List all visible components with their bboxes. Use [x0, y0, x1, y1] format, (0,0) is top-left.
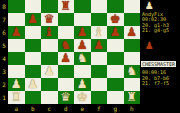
white-pawn[interactable]: ♟	[41, 65, 58, 78]
red-rook[interactable]: ♜	[58, 0, 75, 13]
rank-label: 2	[0, 78, 8, 91]
file-label: h	[124, 104, 141, 113]
square-e8[interactable]	[74, 0, 91, 13]
white-knight[interactable]: ♞	[74, 52, 91, 65]
square-h3[interactable]: ♞	[124, 65, 141, 78]
square-e4[interactable]: ♞	[74, 52, 91, 65]
square-a1[interactable]: ♜	[8, 91, 25, 104]
square-b7[interactable]: ♟	[25, 13, 42, 26]
square-h8[interactable]	[124, 0, 141, 13]
chess-board[interactable]: ♜♟♛♚♟♝♟♝♟♟♞♟♟♟♞♟♞♟♟♟♜♛♚♜	[8, 0, 140, 104]
rank-label: 4	[0, 52, 8, 65]
white-knight[interactable]: ♞	[124, 65, 141, 78]
white-pawn-icon: ♟	[145, 0, 180, 11]
square-e1[interactable]: ♚	[74, 91, 91, 104]
square-g4[interactable]	[107, 52, 124, 65]
chess-app-screen: 87654321 ♜♟♛♚♟♝♟♝♟♟♞♟♟♟♞♟♞♟♟♟♜♛♚♜ abcdef…	[0, 0, 180, 113]
red-pawn[interactable]: ♟	[58, 52, 75, 65]
square-d1[interactable]: ♛	[58, 91, 75, 104]
square-b6[interactable]	[25, 26, 42, 39]
rank-label: 5	[0, 39, 8, 52]
red-pawn[interactable]: ♟	[25, 13, 42, 26]
square-f1[interactable]	[91, 91, 108, 104]
square-c6[interactable]: ♝	[41, 26, 58, 39]
file-label: f	[91, 104, 108, 113]
square-c3[interactable]: ♟	[41, 65, 58, 78]
black-player-panel: ♟ CHESSMASTER 00:00:16 20. b7-b6 21. f7-…	[140, 40, 180, 87]
file-label: e	[74, 104, 91, 113]
rank-label: 6	[0, 26, 8, 39]
square-a8[interactable]	[8, 0, 25, 13]
square-h6[interactable]: ♟	[124, 26, 141, 39]
square-d4[interactable]: ♟	[58, 52, 75, 65]
square-f3[interactable]	[91, 65, 108, 78]
red-pawn[interactable]: ♟	[107, 26, 124, 39]
square-f2[interactable]	[91, 78, 108, 91]
rank-label: 1	[0, 91, 8, 104]
red-pawn[interactable]: ♟	[8, 26, 25, 39]
square-g1[interactable]	[107, 91, 124, 104]
square-b2[interactable]: ♟	[25, 78, 42, 91]
red-pawn[interactable]: ♟	[124, 26, 141, 39]
square-g6[interactable]: ♟	[107, 26, 124, 39]
square-h1[interactable]: ♜	[124, 91, 141, 104]
white-rook[interactable]: ♜	[8, 91, 25, 104]
file-label: d	[58, 104, 75, 113]
square-g5[interactable]	[107, 39, 124, 52]
square-g3[interactable]	[107, 65, 124, 78]
white-king[interactable]: ♚	[74, 91, 91, 104]
white-pawn[interactable]: ♟	[25, 78, 42, 91]
square-d7[interactable]	[58, 13, 75, 26]
square-d8[interactable]: ♜	[58, 0, 75, 13]
rank-label: 3	[0, 65, 8, 78]
square-f8[interactable]	[91, 0, 108, 13]
rank-labels: 87654321	[0, 0, 8, 104]
rank-label: 8	[0, 0, 8, 13]
file-label: a	[8, 104, 25, 113]
file-label: c	[41, 104, 58, 113]
white-rook[interactable]: ♜	[124, 91, 141, 104]
black-move-2: 21. f7-f5	[142, 81, 180, 87]
square-a4[interactable]	[8, 52, 25, 65]
red-bishop[interactable]: ♝	[41, 26, 58, 39]
square-d3[interactable]	[58, 65, 75, 78]
square-f5[interactable]: ♟	[91, 39, 108, 52]
white-player-panel: ♟ AndyFix 00:02:30 20. g1-h3 21. g4-g5	[140, 0, 180, 34]
square-c1[interactable]	[41, 91, 58, 104]
square-c5[interactable]	[41, 39, 58, 52]
rank-label: 7	[0, 13, 8, 26]
file-labels: abcdefgh	[8, 104, 140, 113]
file-label: g	[107, 104, 124, 113]
square-b1[interactable]	[25, 91, 42, 104]
file-label: b	[25, 104, 42, 113]
square-c2[interactable]	[41, 78, 58, 91]
black-player-name: CHESSMASTER	[141, 61, 176, 67]
red-pawn[interactable]: ♟	[91, 39, 108, 52]
square-b4[interactable]	[25, 52, 42, 65]
square-a6[interactable]: ♟	[8, 26, 25, 39]
square-b5[interactable]	[25, 39, 42, 52]
square-h5[interactable]	[124, 39, 141, 52]
square-a5[interactable]	[8, 39, 25, 52]
square-f4[interactable]	[91, 52, 108, 65]
white-move-2: 21. g4-g5	[142, 28, 180, 34]
white-queen[interactable]: ♛	[58, 91, 75, 104]
side-panel: ♟ AndyFix 00:02:30 20. g1-h3 21. g4-g5 ♟…	[140, 0, 180, 113]
square-g2[interactable]	[107, 78, 124, 91]
red-pawn-icon: ♟	[145, 40, 180, 51]
